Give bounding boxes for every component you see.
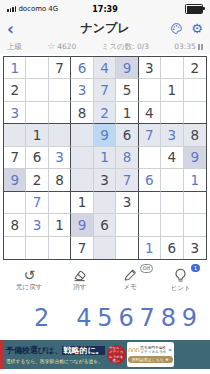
- board-area: 1764932237513821419673876318499283761713…: [0, 54, 210, 260]
- number-keypad: 2456789: [0, 298, 210, 338]
- cell-r9c6[interactable]: [116, 237, 138, 259]
- cell-r4c1[interactable]: [4, 124, 26, 146]
- cell-r7c4[interactable]: 1: [71, 192, 93, 214]
- keypad-2[interactable]: 2: [33, 306, 50, 330]
- cell-r1c8[interactable]: [161, 57, 183, 79]
- cell-r9c7[interactable]: 1: [139, 237, 161, 259]
- ad-logo-text: 医系専門予備校メディカルラボ: [141, 346, 167, 355]
- cell-r1c5[interactable]: 4: [94, 57, 116, 79]
- cell-r3c7[interactable]: 4: [139, 102, 161, 124]
- cell-r5c3[interactable]: 3: [49, 147, 71, 169]
- cell-r2c4[interactable]: 3: [71, 79, 93, 101]
- cell-r9c4[interactable]: 7: [71, 237, 93, 259]
- cell-r6c7[interactable]: 6: [139, 169, 161, 191]
- cell-r8c1[interactable]: 8: [4, 214, 26, 236]
- ad-banner[interactable]: 予備校選びは、戦略的に。 選択するなら、医学部合格につながる道を。 今なら、メデ…: [0, 340, 210, 369]
- cell-r7c2[interactable]: 7: [26, 192, 48, 214]
- cell-r3c8[interactable]: [161, 102, 183, 124]
- timer-value: 03:35: [174, 42, 196, 51]
- eraser-icon: [72, 268, 87, 282]
- cell-r6c1[interactable]: 9: [4, 169, 26, 191]
- cell-r9c8[interactable]: 6: [161, 237, 183, 259]
- cell-r4c8[interactable]: 3: [161, 124, 183, 146]
- cell-r8c9[interactable]: [184, 214, 206, 236]
- undo-icon: ↺: [23, 268, 35, 282]
- cell-r2c5[interactable]: 7: [94, 79, 116, 101]
- toolbar: ↺ 元に戻す 消す Off メモ 1: [0, 262, 210, 298]
- battery-icon: [185, 4, 203, 14]
- pencil-icon: [123, 268, 138, 282]
- memo-off-badge: Off: [140, 264, 153, 273]
- ad-badge: 今なら、メディカルラボを選ぶ: [107, 345, 126, 364]
- cell-r1c3[interactable]: 7: [49, 57, 71, 79]
- settings-gear-icon[interactable]: ⚙: [191, 22, 203, 35]
- difficulty-label: 上級: [7, 42, 22, 52]
- cell-r1c1[interactable]: 1: [4, 57, 26, 79]
- cell-r1c7[interactable]: 3: [139, 57, 161, 79]
- cell-r6c6[interactable]: 7: [116, 169, 138, 191]
- hint-count-badge: 1: [191, 264, 200, 273]
- cell-r2c1[interactable]: 2: [4, 79, 26, 101]
- cell-r6c9[interactable]: 1: [184, 169, 206, 191]
- cell-r2c7[interactable]: [139, 79, 161, 101]
- cell-r8c6[interactable]: [116, 214, 138, 236]
- cell-r8c7[interactable]: [139, 214, 161, 236]
- nav-bar: ‹ ナンプレ ⚙: [0, 18, 210, 39]
- cell-r5c2[interactable]: 6: [26, 147, 48, 169]
- cell-r5c7[interactable]: [139, 147, 161, 169]
- cell-r7c3[interactable]: [49, 192, 71, 214]
- cell-r8c5[interactable]: 6: [94, 214, 116, 236]
- ad-accent-stripe: [0, 340, 3, 369]
- cell-r8c8[interactable]: [161, 214, 183, 236]
- palette-icon[interactable]: [170, 22, 183, 35]
- carrier-label: docomo: [18, 5, 46, 13]
- cell-r2c9[interactable]: [184, 79, 206, 101]
- status-bar: docomo 4G 17:39: [0, 0, 210, 18]
- cell-r8c2[interactable]: 3: [26, 214, 48, 236]
- ad-headline: 予備校選びは、戦略的に。: [6, 345, 105, 356]
- cell-r7c6[interactable]: 3: [116, 192, 138, 214]
- cell-r9c3[interactable]: [49, 237, 71, 259]
- cell-r6c2[interactable]: 2: [26, 169, 48, 191]
- lightbulb-icon: [174, 268, 187, 283]
- cell-r3c4[interactable]: 8: [71, 102, 93, 124]
- hint-button[interactable]: 1 ヒント: [166, 268, 196, 293]
- keypad-6[interactable]: 6: [118, 306, 135, 330]
- memo-button[interactable]: Off メモ: [115, 268, 145, 292]
- keypad-9[interactable]: 9: [181, 306, 198, 330]
- cell-r6c4[interactable]: [71, 169, 93, 191]
- top-chrome: docomo 4G 17:39 ‹ ナンプレ ⚙ 上級 ☆ 4620 ミスの数:…: [0, 0, 210, 54]
- cell-r8c4[interactable]: 9: [71, 214, 93, 236]
- erase-button[interactable]: 消す: [65, 268, 95, 292]
- cell-r6c3[interactable]: 8: [49, 169, 71, 191]
- ad-emblem-icon: ✦: [168, 348, 173, 354]
- cell-r7c1[interactable]: [4, 192, 26, 214]
- keypad-5[interactable]: 5: [97, 306, 114, 330]
- cell-r4c9[interactable]: 8: [184, 124, 206, 146]
- sudoku-grid: 1764932237513821419673876318499283761713…: [3, 56, 207, 260]
- cell-r7c8[interactable]: [161, 192, 183, 214]
- cell-r5c9[interactable]: 9: [184, 147, 206, 169]
- cell-r4c3[interactable]: [49, 124, 71, 146]
- cell-r5c1[interactable]: 7: [4, 147, 26, 169]
- cell-r7c7[interactable]: [139, 192, 161, 214]
- cell-r4c7[interactable]: 7: [139, 124, 161, 146]
- undo-button[interactable]: ↺ 元に戻す: [14, 268, 44, 292]
- keypad-8[interactable]: 8: [160, 306, 177, 330]
- keypad-4[interactable]: 4: [75, 306, 92, 330]
- ad-subline: 選択するなら、医学部合格につながる道を。: [6, 358, 105, 364]
- cell-r9c2[interactable]: [26, 237, 48, 259]
- star-icon: ☆: [47, 42, 55, 51]
- cell-r1c4[interactable]: 6: [71, 57, 93, 79]
- cell-r6c8[interactable]: [161, 169, 183, 191]
- cell-r4c6[interactable]: 6: [116, 124, 138, 146]
- cell-r4c4[interactable]: [71, 124, 93, 146]
- signal-icon: [7, 6, 16, 12]
- cell-r4c5[interactable]: 9: [94, 124, 116, 146]
- cell-r3c1[interactable]: 3: [4, 102, 26, 124]
- cell-r1c6[interactable]: 9: [116, 57, 138, 79]
- cell-r9c1[interactable]: [4, 237, 26, 259]
- keypad-7[interactable]: 7: [139, 306, 156, 330]
- cell-r8c3[interactable]: 1: [49, 214, 71, 236]
- cell-r5c4[interactable]: [71, 147, 93, 169]
- cell-r6c5[interactable]: 3: [94, 169, 116, 191]
- cell-r3c5[interactable]: 2: [94, 102, 116, 124]
- mistakes-label: ミスの数: 0/3: [101, 42, 149, 52]
- info-bar: 上級 ☆ 4620 ミスの数: 0/3 03:35: [0, 39, 210, 54]
- cell-r2c8[interactable]: 1: [161, 79, 183, 101]
- network-label: 4G: [48, 5, 58, 13]
- cell-r2c6[interactable]: 5: [116, 79, 138, 101]
- pause-icon[interactable]: [198, 44, 203, 50]
- cell-r4c2[interactable]: 1: [26, 124, 48, 146]
- cell-r3c6[interactable]: 1: [116, 102, 138, 124]
- cell-r1c9[interactable]: 2: [184, 57, 206, 79]
- cell-r3c2[interactable]: [26, 102, 48, 124]
- cell-r3c9[interactable]: [184, 102, 206, 124]
- cell-r7c9[interactable]: [184, 192, 206, 214]
- cell-r9c5[interactable]: [94, 237, 116, 259]
- cell-r5c5[interactable]: 1: [94, 147, 116, 169]
- cell-r7c5[interactable]: [94, 192, 116, 214]
- cell-r3c3[interactable]: [49, 102, 71, 124]
- ad-cta-button[interactable]: 資料請求はこちら ⊕: [128, 356, 173, 363]
- cell-r2c2[interactable]: [26, 79, 48, 101]
- ad-logo-panel: ∩∩∩ 医系専門予備校メディカルラボ ✦ 資料請求はこちら ⊕: [127, 342, 174, 367]
- cell-r5c6[interactable]: 8: [116, 147, 138, 169]
- cell-r5c8[interactable]: 4: [161, 147, 183, 169]
- ad-logo-mark: ∩∩∩: [128, 347, 139, 354]
- score-value: 4620: [57, 42, 76, 51]
- cell-r9c9[interactable]: 3: [184, 237, 206, 259]
- back-button[interactable]: ‹: [7, 20, 14, 38]
- cell-r1c2[interactable]: [26, 57, 48, 79]
- cell-r2c3[interactable]: [49, 79, 71, 101]
